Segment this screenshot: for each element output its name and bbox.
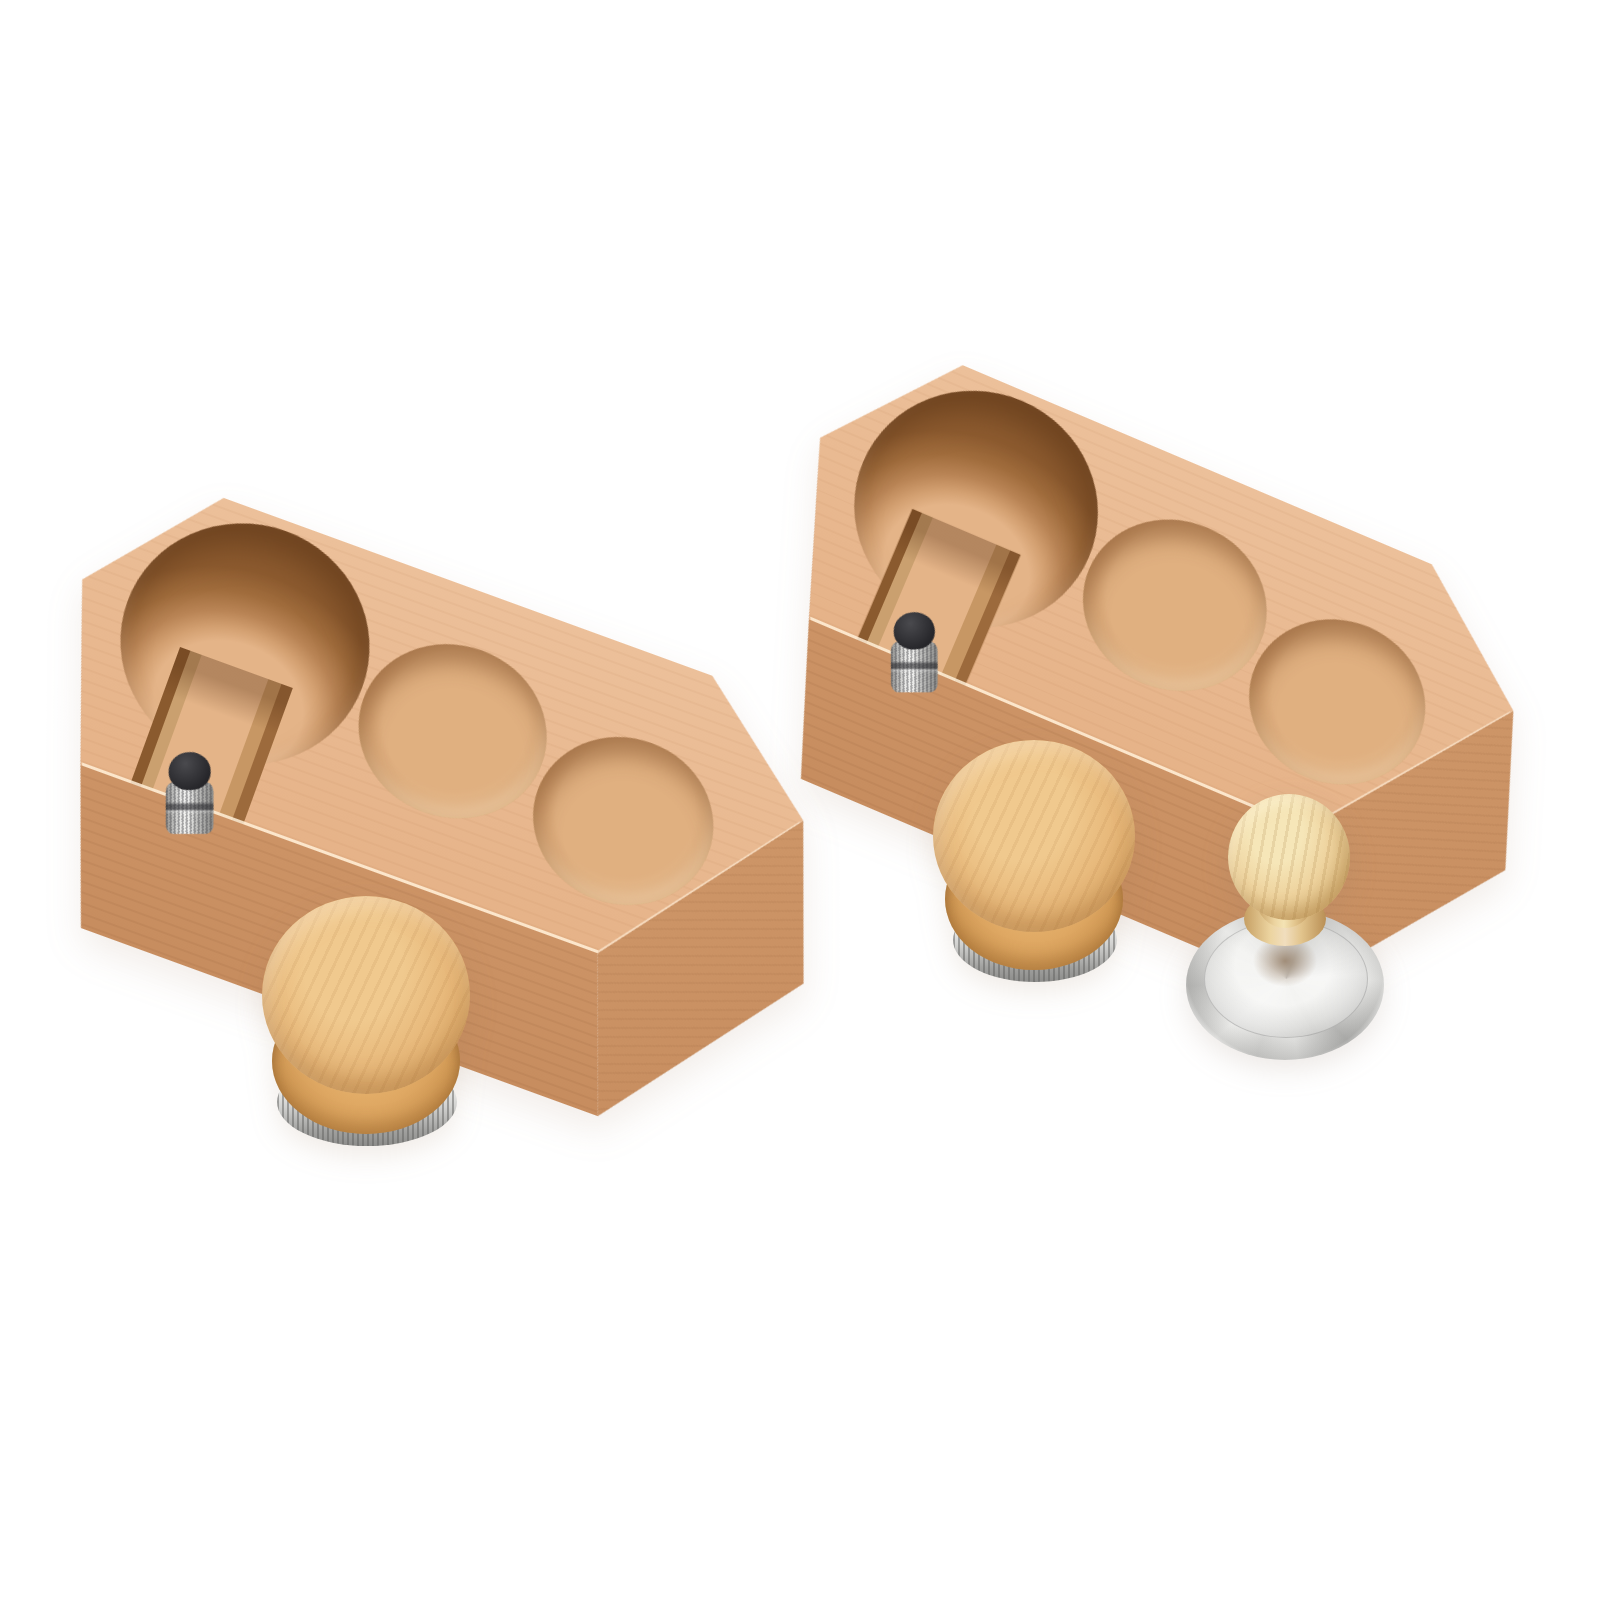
support-pin-black-cap <box>894 612 935 649</box>
distributor-right-top <box>933 740 1135 932</box>
tamper-handle-knob <box>1228 794 1350 920</box>
support-pin-black-cap <box>169 752 211 790</box>
station-right-support-pin <box>891 612 938 692</box>
distributor-left <box>262 896 470 1152</box>
tamper <box>1178 794 1388 1080</box>
product-photo <box>0 0 1600 1600</box>
distributor-left-top <box>262 896 470 1094</box>
station-left-support-pin <box>166 752 214 834</box>
distributor-right <box>933 740 1135 992</box>
